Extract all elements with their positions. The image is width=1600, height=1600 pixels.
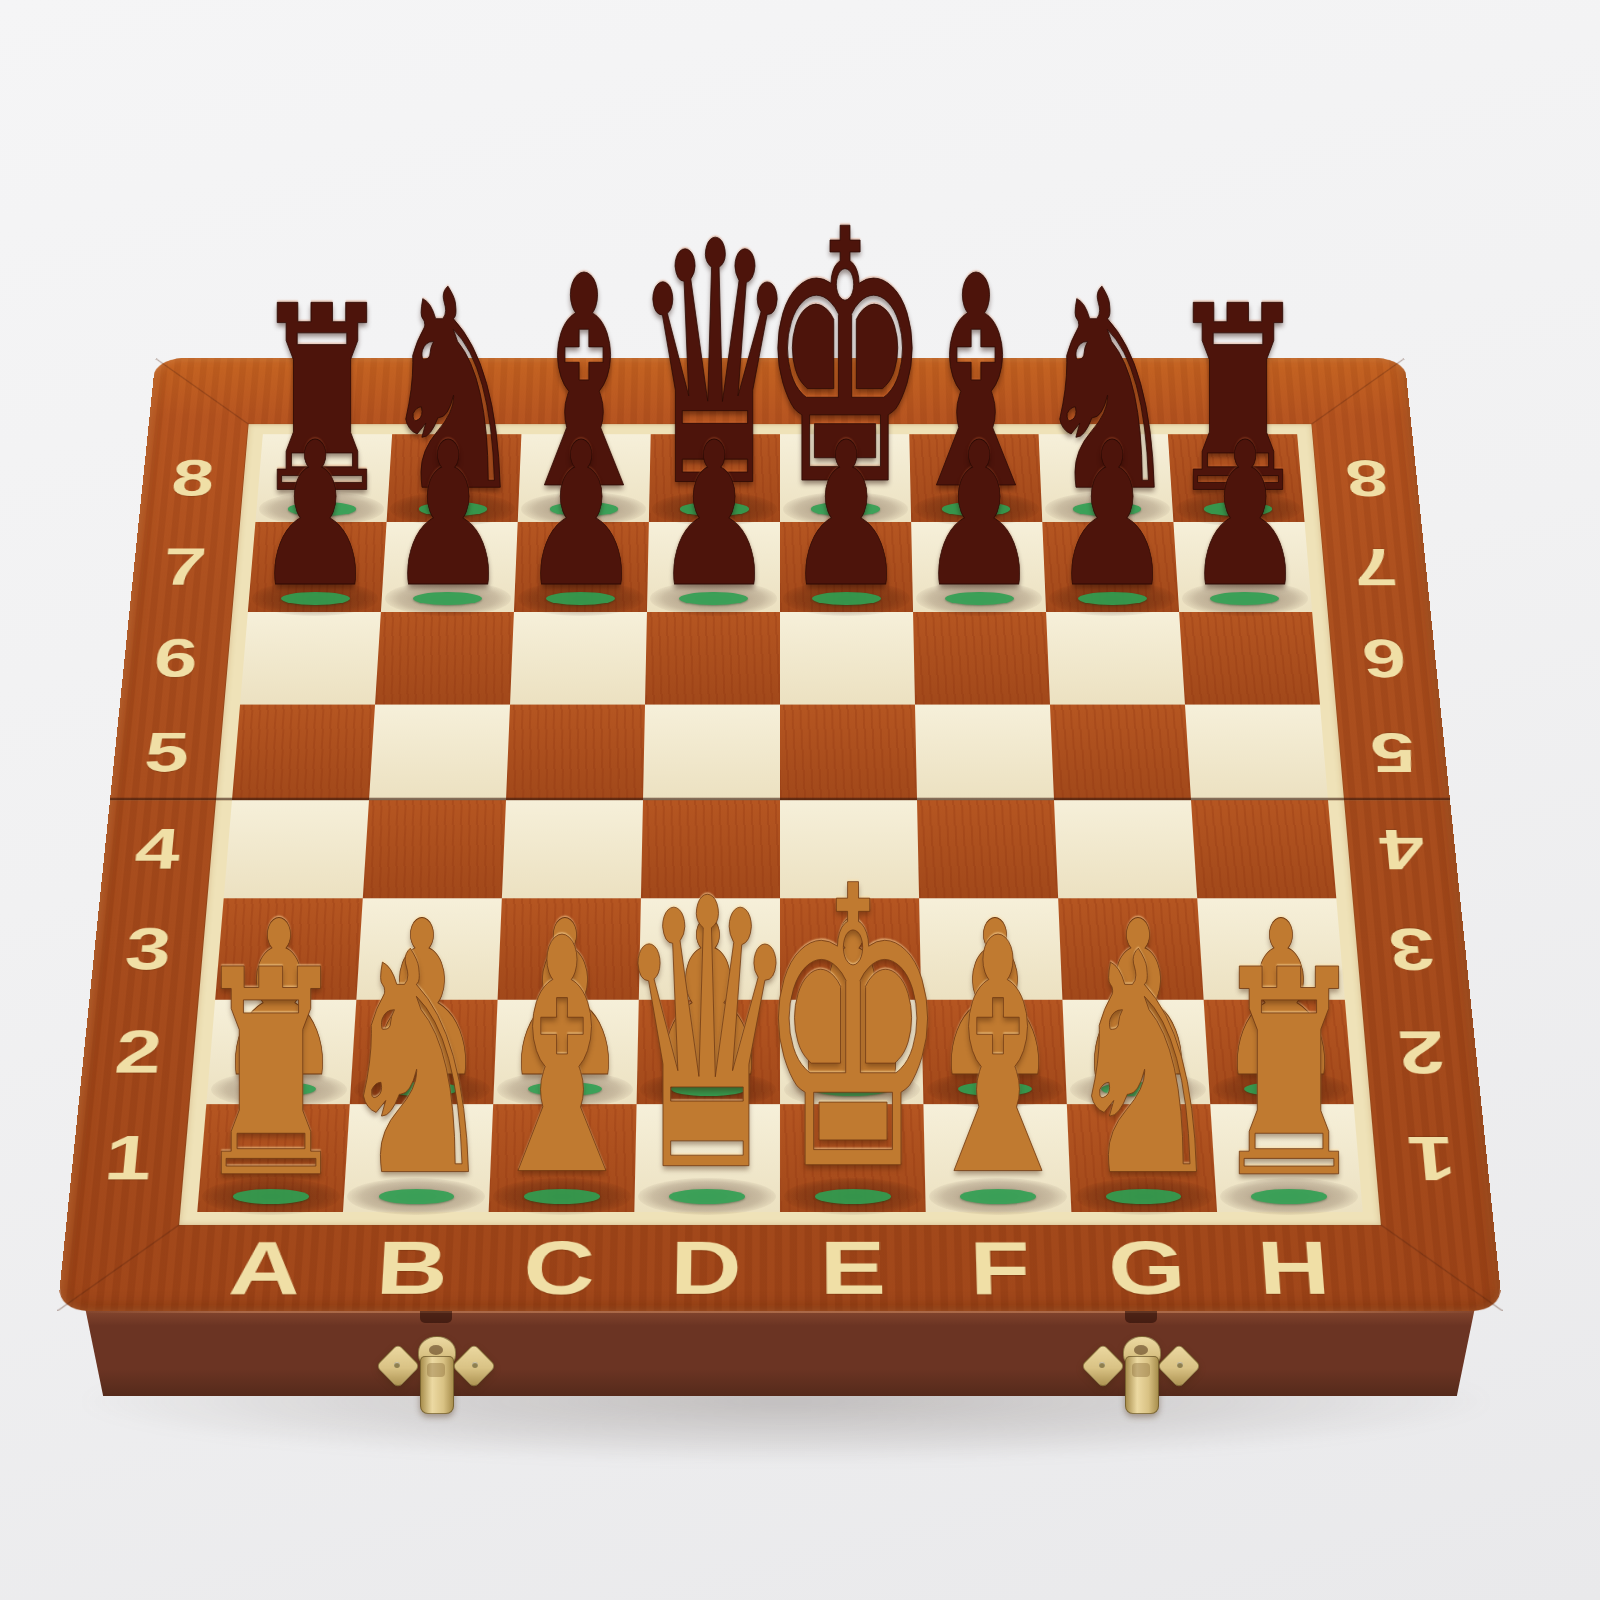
rank-label-left-6: 6 — [151, 627, 201, 689]
rank-label-left-4: 4 — [132, 816, 184, 882]
photo-stage: 8765432187654321ABCDEFGH ♜♞♝♛♚♝♞♜♟♟♟♟♟♟♟… — [0, 0, 1600, 1600]
miter-joint — [1363, 1212, 1503, 1311]
piece-dark-pawn-g7[interactable]: ♟ — [1052, 416, 1173, 615]
piece-light-rook-h1[interactable]: ♜ — [1210, 934, 1368, 1219]
rank-label-left-2: 2 — [112, 1017, 166, 1087]
rank-label-left-7: 7 — [160, 536, 210, 596]
piece-light-bishop-f1[interactable]: ♝ — [914, 897, 1082, 1221]
square-e5[interactable] — [780, 705, 917, 800]
rank-label-left-8: 8 — [169, 449, 218, 508]
rank-label-left-5: 5 — [142, 720, 193, 784]
piece-dark-pawn-f7[interactable]: ♟ — [919, 416, 1040, 615]
clasp-screw — [394, 1362, 400, 1368]
rank-label-right-5: 5 — [1367, 720, 1418, 784]
piece-light-rook-a1[interactable]: ♜ — [192, 934, 350, 1219]
clasp-hasp[interactable] — [1125, 1356, 1159, 1414]
rank-label-right-6: 6 — [1358, 627, 1408, 689]
square-d5[interactable] — [643, 705, 780, 800]
fold-seam — [110, 797, 1450, 801]
piece-dark-pawn-d7[interactable]: ♟ — [653, 416, 774, 615]
piece-dark-pawn-a7[interactable]: ♟ — [254, 416, 375, 615]
square-h5[interactable] — [1185, 705, 1328, 800]
square-g5[interactable] — [1050, 705, 1191, 800]
square-f5[interactable] — [915, 705, 1054, 800]
clasp-screw — [1177, 1362, 1183, 1368]
piece-dark-pawn-c7[interactable]: ♟ — [520, 416, 641, 615]
clasp-hasp[interactable] — [420, 1356, 454, 1414]
piece-dark-pawn-h7[interactable]: ♟ — [1184, 416, 1305, 615]
square-b5[interactable] — [369, 705, 510, 800]
rank-label-left-1: 1 — [101, 1122, 156, 1194]
rank-label-right-8: 8 — [1342, 449, 1391, 508]
clasp-screw — [472, 1362, 478, 1368]
brass-clasp-right[interactable] — [1081, 1326, 1201, 1436]
rank-label-right-3: 3 — [1385, 915, 1438, 983]
box-front-edge — [72, 1306, 1488, 1396]
clasp-screw — [1099, 1362, 1105, 1368]
piece-dark-pawn-b7[interactable]: ♟ — [387, 416, 508, 615]
rank-label-left-3: 3 — [122, 915, 175, 983]
square-c5[interactable] — [506, 705, 645, 800]
rank-label-right-1: 1 — [1404, 1122, 1459, 1194]
miter-joint — [57, 1212, 197, 1311]
rank-label-right-2: 2 — [1394, 1017, 1448, 1087]
piece-light-knight-b1[interactable]: ♞ — [334, 914, 498, 1220]
piece-dark-pawn-e7[interactable]: ♟ — [786, 416, 907, 615]
rank-label-right-7: 7 — [1350, 536, 1400, 596]
brass-clasp-left[interactable] — [376, 1326, 496, 1436]
piece-light-knight-g1[interactable]: ♞ — [1061, 914, 1225, 1220]
square-a5[interactable] — [232, 705, 375, 800]
rank-label-right-4: 4 — [1376, 816, 1428, 882]
